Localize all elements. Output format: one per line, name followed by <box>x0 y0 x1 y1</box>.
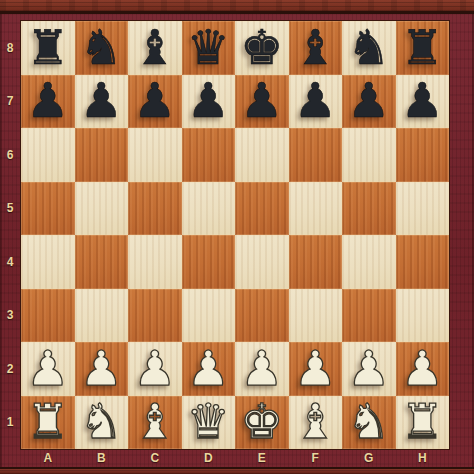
square-g6[interactable] <box>342 128 396 182</box>
square-d5[interactable] <box>182 182 236 236</box>
square-e1[interactable]: ♚ <box>235 396 289 450</box>
piece-white-rook[interactable]: ♜ <box>401 397 444 445</box>
file-label-c: C <box>128 450 182 466</box>
square-a3[interactable] <box>21 289 75 343</box>
square-e5[interactable] <box>235 182 289 236</box>
piece-black-rook[interactable]: ♜ <box>26 23 69 71</box>
piece-black-pawn[interactable]: ♟ <box>347 76 390 124</box>
square-g1[interactable]: ♞ <box>342 396 396 450</box>
piece-black-pawn[interactable]: ♟ <box>401 76 444 124</box>
rank-label-3: 3 <box>0 289 20 343</box>
square-a7[interactable]: ♟ <box>21 75 75 129</box>
rank-labels: 87654321 <box>0 21 20 449</box>
board-canvas: 87654321 ♜♞♝♛♚♝♞♜♟♟♟♟♟♟♟♟♟♟♟♟♟♟♟♟♜♞♝♛♚♝♞… <box>0 0 474 474</box>
square-g7[interactable]: ♟ <box>342 75 396 129</box>
piece-white-rook[interactable]: ♜ <box>26 397 69 445</box>
piece-white-king[interactable]: ♚ <box>240 397 283 445</box>
piece-white-knight[interactable]: ♞ <box>80 397 123 445</box>
piece-white-bishop[interactable]: ♝ <box>133 397 176 445</box>
piece-black-king[interactable]: ♚ <box>240 23 283 71</box>
file-label-g: G <box>342 450 396 466</box>
piece-white-pawn[interactable]: ♟ <box>294 344 337 392</box>
square-h8[interactable]: ♜ <box>396 21 450 75</box>
square-h4[interactable] <box>396 235 450 289</box>
piece-black-pawn[interactable]: ♟ <box>26 76 69 124</box>
piece-white-pawn[interactable]: ♟ <box>133 344 176 392</box>
piece-black-pawn[interactable]: ♟ <box>80 76 123 124</box>
rank-label-1: 1 <box>0 396 20 450</box>
piece-black-pawn[interactable]: ♟ <box>187 76 230 124</box>
square-f3[interactable] <box>289 289 343 343</box>
piece-black-bishop[interactable]: ♝ <box>294 23 337 71</box>
rank-label-5: 5 <box>0 182 20 236</box>
square-c7[interactable]: ♟ <box>128 75 182 129</box>
square-g5[interactable] <box>342 182 396 236</box>
square-a8[interactable]: ♜ <box>21 21 75 75</box>
piece-black-queen[interactable]: ♛ <box>187 23 230 71</box>
piece-white-pawn[interactable]: ♟ <box>80 344 123 392</box>
square-g4[interactable] <box>342 235 396 289</box>
square-c3[interactable] <box>128 289 182 343</box>
square-e7[interactable]: ♟ <box>235 75 289 129</box>
piece-black-bishop[interactable]: ♝ <box>133 23 176 71</box>
square-h1[interactable]: ♜ <box>396 396 450 450</box>
square-c6[interactable] <box>128 128 182 182</box>
square-b4[interactable] <box>75 235 129 289</box>
square-e4[interactable] <box>235 235 289 289</box>
piece-white-queen[interactable]: ♛ <box>187 397 230 445</box>
square-f8[interactable]: ♝ <box>289 21 343 75</box>
square-d4[interactable] <box>182 235 236 289</box>
square-g8[interactable]: ♞ <box>342 21 396 75</box>
piece-black-knight[interactable]: ♞ <box>80 23 123 71</box>
square-b3[interactable] <box>75 289 129 343</box>
piece-white-pawn[interactable]: ♟ <box>26 344 69 392</box>
piece-white-pawn[interactable]: ♟ <box>240 344 283 392</box>
square-b6[interactable] <box>75 128 129 182</box>
square-f5[interactable] <box>289 182 343 236</box>
square-f2[interactable]: ♟ <box>289 342 343 396</box>
piece-white-bishop[interactable]: ♝ <box>294 397 337 445</box>
square-g2[interactable]: ♟ <box>342 342 396 396</box>
square-h7[interactable]: ♟ <box>396 75 450 129</box>
piece-white-pawn[interactable]: ♟ <box>347 344 390 392</box>
piece-black-pawn[interactable]: ♟ <box>294 76 337 124</box>
piece-white-pawn[interactable]: ♟ <box>401 344 444 392</box>
square-c5[interactable] <box>128 182 182 236</box>
piece-black-rook[interactable]: ♜ <box>401 23 444 71</box>
file-label-a: A <box>21 450 75 466</box>
board-frame-bottom <box>0 467 474 474</box>
square-a6[interactable] <box>21 128 75 182</box>
board-frame-top <box>0 0 474 14</box>
rank-label-2: 2 <box>0 342 20 396</box>
file-label-e: E <box>235 450 289 466</box>
square-c1[interactable]: ♝ <box>128 396 182 450</box>
square-f4[interactable] <box>289 235 343 289</box>
square-d6[interactable] <box>182 128 236 182</box>
square-a4[interactable] <box>21 235 75 289</box>
rank-label-8: 8 <box>0 21 20 75</box>
piece-black-pawn[interactable]: ♟ <box>240 76 283 124</box>
piece-black-pawn[interactable]: ♟ <box>133 76 176 124</box>
square-h2[interactable]: ♟ <box>396 342 450 396</box>
square-b8[interactable]: ♞ <box>75 21 129 75</box>
square-e8[interactable]: ♚ <box>235 21 289 75</box>
square-c2[interactable]: ♟ <box>128 342 182 396</box>
piece-white-pawn[interactable]: ♟ <box>187 344 230 392</box>
rank-label-4: 4 <box>0 235 20 289</box>
piece-black-knight[interactable]: ♞ <box>347 23 390 71</box>
square-e6[interactable] <box>235 128 289 182</box>
square-h3[interactable] <box>396 289 450 343</box>
square-a1[interactable]: ♜ <box>21 396 75 450</box>
square-c4[interactable] <box>128 235 182 289</box>
rank-label-6: 6 <box>0 128 20 182</box>
square-b7[interactable]: ♟ <box>75 75 129 129</box>
square-h6[interactable] <box>396 128 450 182</box>
square-b1[interactable]: ♞ <box>75 396 129 450</box>
chess-board: ♜♞♝♛♚♝♞♜♟♟♟♟♟♟♟♟♟♟♟♟♟♟♟♟♜♞♝♛♚♝♞♜ <box>20 20 450 450</box>
file-label-d: D <box>182 450 236 466</box>
square-b2[interactable]: ♟ <box>75 342 129 396</box>
square-d7[interactable]: ♟ <box>182 75 236 129</box>
square-d2[interactable]: ♟ <box>182 342 236 396</box>
square-f1[interactable]: ♝ <box>289 396 343 450</box>
square-h5[interactable] <box>396 182 450 236</box>
square-g3[interactable] <box>342 289 396 343</box>
square-a2[interactable]: ♟ <box>21 342 75 396</box>
file-labels: ABCDEFGH <box>21 450 449 466</box>
rank-label-7: 7 <box>0 75 20 129</box>
square-c8[interactable]: ♝ <box>128 21 182 75</box>
file-label-f: F <box>289 450 343 466</box>
square-f7[interactable]: ♟ <box>289 75 343 129</box>
file-label-b: B <box>75 450 129 466</box>
square-f6[interactable] <box>289 128 343 182</box>
square-d3[interactable] <box>182 289 236 343</box>
square-e2[interactable]: ♟ <box>235 342 289 396</box>
square-d1[interactable]: ♛ <box>182 396 236 450</box>
square-d8[interactable]: ♛ <box>182 21 236 75</box>
square-a5[interactable] <box>21 182 75 236</box>
file-label-h: H <box>396 450 450 466</box>
piece-white-knight[interactable]: ♞ <box>347 397 390 445</box>
square-e3[interactable] <box>235 289 289 343</box>
square-b5[interactable] <box>75 182 129 236</box>
